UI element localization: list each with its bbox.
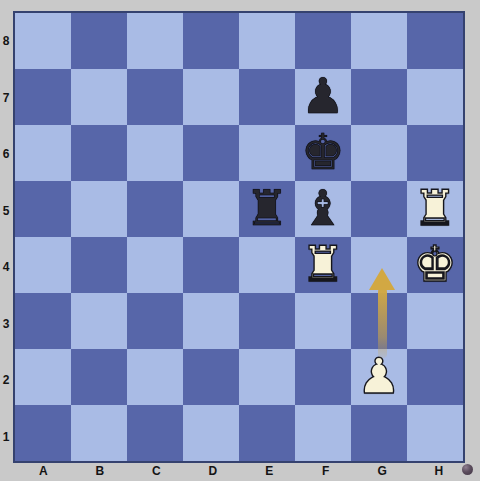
- square-c8[interactable]: [127, 13, 183, 69]
- square-f7[interactable]: ♟: [295, 69, 351, 125]
- square-a1[interactable]: [15, 405, 71, 461]
- square-a8[interactable]: [15, 13, 71, 69]
- square-d5[interactable]: [183, 181, 239, 237]
- square-b6[interactable]: [71, 125, 127, 181]
- square-d3[interactable]: [183, 293, 239, 349]
- square-c6[interactable]: [127, 125, 183, 181]
- square-d6[interactable]: [183, 125, 239, 181]
- rank-label-5: 5: [0, 204, 12, 218]
- square-b3[interactable]: [71, 293, 127, 349]
- arrow-shaft: [378, 288, 387, 358]
- file-label-h: H: [434, 464, 443, 478]
- square-c1[interactable]: [127, 405, 183, 461]
- square-e2[interactable]: [239, 349, 295, 405]
- piece-white-pawn[interactable]: ♟: [357, 352, 401, 401]
- square-h4[interactable]: ♚: [407, 237, 463, 293]
- piece-black-rook[interactable]: ♜: [245, 184, 289, 233]
- square-d7[interactable]: [183, 69, 239, 125]
- rank-label-2: 2: [0, 373, 12, 387]
- corner-dot-icon: [462, 464, 473, 475]
- square-e5[interactable]: ♜: [239, 181, 295, 237]
- square-h8[interactable]: [407, 13, 463, 69]
- square-f2[interactable]: [295, 349, 351, 405]
- square-f1[interactable]: [295, 405, 351, 461]
- square-d8[interactable]: [183, 13, 239, 69]
- file-label-e: E: [265, 464, 273, 478]
- rank-label-3: 3: [0, 317, 12, 331]
- square-g7[interactable]: [351, 69, 407, 125]
- chess-board: ♟♚♜♝♜♜♚♟: [13, 11, 465, 463]
- rank-label-6: 6: [0, 147, 12, 161]
- rank-label-8: 8: [0, 34, 12, 48]
- square-e3[interactable]: [239, 293, 295, 349]
- square-c3[interactable]: [127, 293, 183, 349]
- square-e6[interactable]: [239, 125, 295, 181]
- file-label-g: G: [378, 464, 387, 478]
- square-b8[interactable]: [71, 13, 127, 69]
- file-label-b: B: [95, 464, 104, 478]
- square-b7[interactable]: [71, 69, 127, 125]
- square-f6[interactable]: ♚: [295, 125, 351, 181]
- square-f3[interactable]: [295, 293, 351, 349]
- square-c4[interactable]: [127, 237, 183, 293]
- square-c5[interactable]: [127, 181, 183, 237]
- piece-white-king[interactable]: ♚: [413, 240, 457, 289]
- square-c7[interactable]: [127, 69, 183, 125]
- square-b5[interactable]: [71, 181, 127, 237]
- square-h5[interactable]: ♜: [407, 181, 463, 237]
- square-h7[interactable]: [407, 69, 463, 125]
- square-h3[interactable]: [407, 293, 463, 349]
- piece-white-rook[interactable]: ♜: [413, 184, 457, 233]
- square-h6[interactable]: [407, 125, 463, 181]
- square-g5[interactable]: [351, 181, 407, 237]
- square-a5[interactable]: [15, 181, 71, 237]
- square-g8[interactable]: [351, 13, 407, 69]
- rank-label-1: 1: [0, 430, 12, 444]
- square-e1[interactable]: [239, 405, 295, 461]
- square-g1[interactable]: [351, 405, 407, 461]
- chess-app-window: ♟♚♜♝♜♜♚♟ 87654321 ABCDEFGH: [0, 0, 480, 481]
- rank-label-7: 7: [0, 91, 12, 105]
- square-a6[interactable]: [15, 125, 71, 181]
- square-f8[interactable]: [295, 13, 351, 69]
- square-d1[interactable]: [183, 405, 239, 461]
- piece-white-rook[interactable]: ♜: [301, 240, 345, 289]
- square-e4[interactable]: [239, 237, 295, 293]
- square-e8[interactable]: [239, 13, 295, 69]
- file-label-a: A: [39, 464, 48, 478]
- square-f4[interactable]: ♜: [295, 237, 351, 293]
- file-label-f: F: [322, 464, 329, 478]
- arrow-head: [369, 268, 395, 290]
- rank-label-4: 4: [0, 260, 12, 274]
- square-a2[interactable]: [15, 349, 71, 405]
- file-label-c: C: [152, 464, 161, 478]
- piece-black-bishop[interactable]: ♝: [301, 184, 345, 233]
- file-label-d: D: [208, 464, 217, 478]
- square-b4[interactable]: [71, 237, 127, 293]
- square-d4[interactable]: [183, 237, 239, 293]
- square-h1[interactable]: [407, 405, 463, 461]
- square-f5[interactable]: ♝: [295, 181, 351, 237]
- square-b1[interactable]: [71, 405, 127, 461]
- piece-black-pawn[interactable]: ♟: [301, 72, 345, 121]
- square-a4[interactable]: [15, 237, 71, 293]
- square-h2[interactable]: [407, 349, 463, 405]
- square-a3[interactable]: [15, 293, 71, 349]
- square-b2[interactable]: [71, 349, 127, 405]
- square-d2[interactable]: [183, 349, 239, 405]
- square-e7[interactable]: [239, 69, 295, 125]
- square-g6[interactable]: [351, 125, 407, 181]
- square-c2[interactable]: [127, 349, 183, 405]
- square-a7[interactable]: [15, 69, 71, 125]
- piece-black-king[interactable]: ♚: [301, 128, 345, 177]
